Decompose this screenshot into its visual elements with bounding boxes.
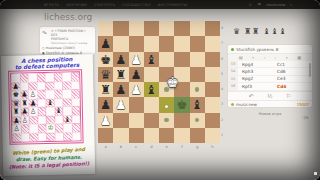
- sketch-square-h6: [71, 89, 80, 98]
- rank-label-1: 1: [221, 128, 223, 143]
- sketch-square-d2: [38, 124, 47, 133]
- square-c2[interactable]: [129, 113, 144, 128]
- move-number: 56: [228, 83, 238, 89]
- captured-material-row: ♛♜♜♝♝♝: [233, 27, 287, 36]
- square-e2[interactable]: [159, 113, 174, 128]
- sketch-square-h4: [71, 106, 80, 115]
- game-type-line: ∞ • FROM POSITION • БЕЗ: [51, 29, 93, 37]
- white-pawn-a2[interactable]: ♟: [98, 113, 113, 128]
- sketch-square-e7: [45, 81, 54, 90]
- sketch-square-c3: [29, 116, 38, 125]
- sketch-square-c6: ♙: [28, 90, 37, 99]
- black-pawn-a7[interactable]: ♟: [98, 36, 113, 51]
- sketch-title: A chess position to defeat computers: [1, 55, 93, 71]
- sketch-square-c7: [28, 82, 37, 91]
- nav-item-играть[interactable]: ИГРАТЬ: [44, 3, 59, 7]
- sketch-square-h5: [71, 98, 80, 107]
- nav-right: ⚔ ⚑ musicnew ▾: [248, 0, 292, 9]
- game-side-panel: Stockfish уровень 8 ▤«‹›»▦ 53Крg4Сc154Кр…: [227, 44, 313, 108]
- dragged-white-king[interactable]: ♚: [164, 74, 181, 91]
- sketch-square-h8: [71, 72, 80, 81]
- sketch-square-e8: [45, 73, 54, 82]
- white-move[interactable]: Крf3: [238, 84, 273, 89]
- sketch-square-d8: [37, 73, 46, 82]
- sketch-square-b2: [21, 124, 30, 133]
- file-label-f: f: [174, 144, 189, 149]
- sketch-square-f2: [55, 124, 64, 133]
- chevron-down-icon: ▾: [290, 3, 292, 7]
- draw-offer-icon[interactable]: ½: [267, 92, 272, 100]
- rank-label-3: 3: [221, 97, 223, 112]
- white-pawn-b3[interactable]: ♟: [113, 97, 128, 112]
- square-f8[interactable]: [174, 21, 189, 36]
- square-b5[interactable]: ♜: [113, 67, 128, 82]
- sketch-square-g2: [63, 124, 72, 133]
- file-coordinates: abcdefgh: [98, 144, 220, 149]
- sketch-square-a7: ♟: [11, 82, 20, 91]
- sketch-square-d4: [37, 107, 46, 116]
- square-d8[interactable]: [144, 21, 159, 36]
- nav-item-инструменты[interactable]: ИНСТРУМЕНТЫ: [158, 3, 188, 7]
- sketch-piece-b6: ♟: [20, 90, 29, 99]
- square-g8[interactable]: [190, 21, 205, 36]
- square-b2[interactable]: [113, 113, 128, 128]
- sketch-square-b1: [21, 133, 30, 142]
- white-move[interactable]: Крg4: [238, 62, 273, 67]
- square-f6[interactable]: [174, 52, 189, 67]
- square-a2[interactable]: ♟: [98, 113, 113, 128]
- notification-bell-icon[interactable]: ⚑: [257, 2, 261, 7]
- move-dest-dot-g4[interactable]: [195, 87, 199, 91]
- white-pawn-c4[interactable]: ♟: [129, 82, 144, 97]
- white-player-name: musicnew (1500?): [46, 46, 75, 50]
- square-d7[interactable]: [144, 36, 159, 51]
- square-d4[interactable]: ♝: [144, 82, 159, 97]
- sketch-square-e4: [46, 107, 55, 116]
- square-a4[interactable]: ♜: [98, 82, 113, 97]
- chessboard[interactable]: ♟♚♟♟♝♛♜♟♜♟♟♝♟♟♚♝♟: [98, 21, 220, 143]
- square-h1[interactable]: [205, 128, 220, 143]
- square-a1[interactable]: [98, 128, 113, 143]
- sketch-square-b7: [20, 82, 29, 91]
- square-h4[interactable]: [205, 82, 220, 97]
- sketch-square-b3: ♙: [21, 116, 30, 125]
- player-name: musicnew: [236, 102, 295, 107]
- video-frame: ИГРАТЬОБУЧЕНИЕСМОТРЕТЬСООБЩЕСТВОИНСТРУМЕ…: [0, 0, 320, 180]
- square-g5[interactable]: [190, 67, 205, 82]
- square-c6[interactable]: ♟: [129, 52, 144, 67]
- sketch-chessboard: ♟♚♟♙♛♜♟♝♜♟♙♝♟♙♝♙♔: [10, 71, 81, 142]
- rank-label-8: 8: [221, 21, 223, 36]
- material-queen-icon: ♛: [233, 27, 241, 36]
- sketch-square-b8: [20, 73, 29, 82]
- sketch-square-g5: [63, 98, 72, 107]
- nav-username[interactable]: musicnew: [266, 2, 285, 7]
- material-bishop-icon: ♝: [263, 27, 271, 36]
- sketch-piece-a4: ♜: [12, 108, 21, 117]
- player-status-dot: [231, 103, 234, 106]
- sketch-piece-a7: ♟: [11, 82, 20, 91]
- prev-move-icon[interactable]: ‹: [264, 55, 266, 60]
- sketch-square-a5: ♛: [12, 99, 21, 108]
- challenge-swords-icon[interactable]: ⚔: [248, 2, 252, 7]
- sketch-square-e6: [45, 90, 54, 99]
- sketch-square-d1: [38, 133, 47, 142]
- takeback-icon[interactable]: ↶: [249, 92, 254, 100]
- square-e6[interactable]: [159, 52, 174, 67]
- square-g7[interactable]: [190, 36, 205, 51]
- white-color-icon: ○: [42, 46, 45, 50]
- sketch-square-f6: [54, 90, 63, 99]
- sketch-piece-a3: ♟: [12, 116, 21, 125]
- square-h8[interactable]: [205, 21, 220, 36]
- white-move[interactable]: Крg2: [238, 76, 273, 81]
- book-icon[interactable]: ▤: [239, 55, 243, 60]
- file-label-e: e: [159, 144, 174, 149]
- white-pawn-c6[interactable]: ♟: [129, 52, 144, 67]
- black-move[interactable]: Сd6: [273, 69, 308, 74]
- sketch-square-a4: ♜: [12, 108, 21, 117]
- square-b7[interactable]: [113, 36, 128, 51]
- sketch-square-b6: ♟: [20, 90, 29, 99]
- sketch-square-c4: ♙: [29, 107, 38, 116]
- square-g1[interactable]: [190, 128, 205, 143]
- black-move[interactable]: Сe3: [273, 76, 308, 81]
- next-move-icon[interactable]: ›: [275, 55, 277, 60]
- square-d1[interactable]: [144, 128, 159, 143]
- engine-name: Stockfish уровень 8: [236, 47, 278, 52]
- file-label-c: c: [129, 144, 144, 149]
- black-bishop-d6[interactable]: ♝: [144, 52, 159, 67]
- nav-item-сообщество[interactable]: СООБЩЕСТВО: [122, 3, 150, 7]
- new-game-link[interactable]: Новая игра: [227, 111, 313, 116]
- sketch-square-g1: [63, 132, 72, 141]
- sketch-square-a6: ♚: [11, 91, 20, 100]
- sketch-square-g7: [62, 81, 71, 90]
- replay-toolbar: ▤«‹›»▦: [228, 54, 312, 61]
- sketch-piece-a6: ♚: [11, 91, 20, 100]
- black-pawn-a3[interactable]: ♟: [98, 97, 113, 112]
- sketch-square-a8: [11, 74, 20, 83]
- move-number: 53: [228, 61, 238, 67]
- square-c3[interactable]: [129, 97, 144, 112]
- square-a6[interactable]: ♚: [98, 52, 113, 67]
- sketch-square-g4: [63, 107, 72, 116]
- sketch-square-b4: ♟: [20, 107, 29, 116]
- square-f2[interactable]: [174, 113, 189, 128]
- square-c8[interactable]: [129, 21, 144, 36]
- sketch-piece-e2: ♔: [46, 124, 55, 133]
- first-move-icon[interactable]: «: [252, 55, 255, 60]
- black-king-a6[interactable]: ♚: [98, 52, 113, 67]
- sketch-piece-e5: ♝: [46, 98, 55, 107]
- black-pawn-b6[interactable]: ♟: [113, 52, 128, 67]
- square-e7[interactable]: [159, 36, 174, 51]
- analysis-board-icon[interactable]: ▦: [297, 55, 301, 60]
- square-b4[interactable]: ♟: [113, 82, 128, 97]
- move-list-scrollbar[interactable]: [309, 63, 311, 77]
- sketch-square-f3: [55, 115, 64, 124]
- rank-label-2: 2: [221, 113, 223, 128]
- square-d3[interactable]: [144, 97, 159, 112]
- square-g6[interactable]: [190, 52, 205, 67]
- sketch-square-g8: [62, 73, 71, 82]
- square-f3[interactable]: ♚: [174, 97, 189, 112]
- file-label-d: d: [144, 144, 159, 149]
- move-row-55: 55Крg2Сe3: [228, 76, 312, 83]
- sketch-piece-c6: ♙: [28, 90, 37, 99]
- square-c7[interactable]: [129, 36, 144, 51]
- sketch-piece-c5: ♟: [29, 99, 38, 108]
- file-label-b: b: [113, 144, 128, 149]
- sketch-square-a1: [12, 133, 21, 142]
- square-a5[interactable]: ♛: [98, 67, 113, 82]
- file-label-g: g: [190, 144, 205, 149]
- square-g2[interactable]: [190, 113, 205, 128]
- square-b3[interactable]: ♟: [113, 97, 128, 112]
- sketch-square-h1: [72, 132, 81, 141]
- sketch-square-c5: ♟: [29, 99, 38, 108]
- move-row-53: 53Крg4Сc1: [228, 61, 312, 68]
- square-d5[interactable]: [144, 67, 159, 82]
- sketch-piece-g3: ♝: [63, 115, 72, 124]
- sketch-square-f4: ♝: [54, 107, 63, 116]
- move-dest-dot-e2[interactable]: [164, 118, 168, 122]
- square-a3[interactable]: ♟: [98, 97, 113, 112]
- video-corner-artifact: [314, 172, 318, 176]
- mouse-cursor-dot: [165, 105, 168, 108]
- square-f7[interactable]: [174, 36, 189, 51]
- square-c5[interactable]: ♟: [129, 67, 144, 82]
- square-h6[interactable]: [205, 52, 220, 67]
- black-bishop-d4[interactable]: ♝: [144, 82, 159, 97]
- hand-drawn-overlay: A chess position to defeat computers ♟♚♟…: [1, 54, 95, 176]
- square-h3[interactable]: [205, 97, 220, 112]
- square-g4[interactable]: [190, 82, 205, 97]
- sketch-piece-b5: ♜: [20, 99, 29, 108]
- sketch-square-a3: ♟: [12, 116, 21, 125]
- square-g3[interactable]: ♝: [190, 97, 205, 112]
- square-b8[interactable]: [113, 21, 128, 36]
- file-label-a: a: [98, 144, 113, 149]
- square-e8[interactable]: [159, 21, 174, 36]
- material-rook-icon: ♜: [252, 27, 260, 36]
- sketch-square-e2: ♔: [46, 124, 55, 133]
- nav-item-обучение[interactable]: ОБУЧЕНИЕ: [66, 3, 87, 7]
- move-number: 55: [228, 76, 238, 82]
- sketch-square-d6: [37, 90, 46, 99]
- move-row-54: 54Крh3Сd6: [228, 68, 312, 75]
- move-dest-dot-g2[interactable]: [195, 118, 199, 122]
- sketch-square-d3: [38, 116, 47, 125]
- player-row: musicnew 1500?: [228, 100, 312, 109]
- black-move-active[interactable]: Сd4: [273, 84, 308, 89]
- square-h7[interactable]: [205, 36, 220, 51]
- sketch-piece-b3: ♙: [21, 116, 30, 125]
- sketch-square-c1: [29, 133, 38, 142]
- black-queen-a5[interactable]: ♛: [98, 67, 113, 82]
- square-a8[interactable]: [98, 21, 113, 36]
- move-row-56: 56Крf3Сd4: [228, 83, 312, 90]
- black-pawn-b4[interactable]: ♟: [113, 82, 128, 97]
- square-d2[interactable]: [144, 113, 159, 128]
- square-a7[interactable]: ♟: [98, 36, 113, 51]
- sketch-square-h7: [71, 81, 80, 90]
- sketch-piece-c4: ♙: [29, 107, 38, 116]
- white-move[interactable]: Крh3: [238, 69, 273, 74]
- sketch-square-e5: ♝: [46, 98, 55, 107]
- sketch-square-e1: [46, 132, 55, 141]
- square-b1[interactable]: [113, 128, 128, 143]
- square-c1[interactable]: [129, 128, 144, 143]
- black-pawn-c5[interactable]: ♟: [129, 67, 144, 82]
- rank-coordinates: 87654321: [221, 21, 223, 143]
- black-move[interactable]: Сc1: [273, 62, 308, 67]
- sketch-piece-b4: ♟: [20, 107, 29, 116]
- sketch-piece-f4: ♝: [54, 107, 63, 116]
- move-number: 54: [228, 68, 238, 74]
- sketch-square-f8: [54, 73, 63, 82]
- rank-label-6: 6: [221, 52, 223, 67]
- sketch-square-g3: ♝: [63, 115, 72, 124]
- sketch-square-d5: [37, 99, 46, 108]
- black-bishop-g3[interactable]: ♝: [190, 97, 205, 112]
- sketch-square-d7: [37, 82, 46, 91]
- game-info-card: ✎ ∞ • FROM POSITION • БЕЗ РЕЙТИНГА Неско…: [40, 27, 95, 54]
- square-h5[interactable]: [205, 67, 220, 82]
- sketch-square-h2: [72, 123, 81, 132]
- file-label-h: h: [205, 144, 220, 149]
- sketch-square-a2: ♙: [12, 125, 21, 134]
- game-time-ago: Несколько минут назад: [51, 41, 93, 45]
- square-d6[interactable]: ♝: [144, 52, 159, 67]
- black-rook-a4[interactable]: ♜: [98, 82, 113, 97]
- nav-menu: ИГРАТЬОБУЧЕНИЕСМОТРЕТЬСООБЩЕСТВОИНСТРУМЕ…: [44, 0, 187, 9]
- top-navbar: ИГРАТЬОБУЧЕНИЕСМОТРЕТЬСООБЩЕСТВОИНСТРУМЕ…: [0, 0, 320, 9]
- sketch-piece-a5: ♛: [12, 99, 21, 108]
- engine-status-dot: [231, 48, 234, 51]
- rank-label-5: 5: [221, 67, 223, 82]
- sketch-square-h3: [72, 115, 81, 124]
- score-note: -26: [302, 115, 309, 120]
- move-list: 53Крg4Сc154Крh3Сd655Крg2Сe356Крf3Сd4: [228, 61, 312, 91]
- sketch-square-f7: [54, 81, 63, 90]
- material-bishop-icon: ♝: [271, 27, 279, 36]
- square-f1[interactable]: [174, 128, 189, 143]
- rank-label-7: 7: [221, 36, 223, 51]
- rank-label-4: 4: [221, 82, 223, 97]
- drag-ghost-king-f3: ♚: [174, 97, 189, 112]
- sketch-square-c2: [29, 124, 38, 133]
- square-b6[interactable]: ♟: [113, 52, 128, 67]
- square-c4[interactable]: ♟: [129, 82, 144, 97]
- sketch-square-e3: [46, 115, 55, 124]
- nav-item-смотреть[interactable]: СМОТРЕТЬ: [94, 3, 115, 7]
- site-title[interactable]: lichess.org: [44, 12, 92, 22]
- square-h2[interactable]: [205, 113, 220, 128]
- engine-row: Stockfish уровень 8: [228, 45, 312, 54]
- sketch-square-f1: [55, 132, 64, 141]
- game-controls: ↶½⚐: [228, 91, 312, 100]
- player-rating: 1500?: [297, 102, 309, 107]
- square-e1[interactable]: [159, 128, 174, 143]
- sketch-square-g6: [62, 90, 71, 99]
- black-rook-b5[interactable]: ♜: [113, 67, 128, 82]
- sketch-piece-a2: ♙: [12, 125, 21, 134]
- sketch-square-f5: [54, 98, 63, 107]
- material-bishop-icon: ♝: [279, 27, 287, 36]
- quill-icon: ✎: [41, 28, 48, 36]
- sketch-square-c8: [28, 73, 37, 82]
- resign-flag-icon[interactable]: ⚐: [286, 92, 291, 100]
- white-player-line[interactable]: ○ musicnew (1500?): [42, 46, 93, 50]
- last-move-icon[interactable]: »: [286, 55, 289, 60]
- material-rook-icon: ♜: [244, 27, 252, 36]
- sketch-square-b5: ♜: [20, 99, 29, 108]
